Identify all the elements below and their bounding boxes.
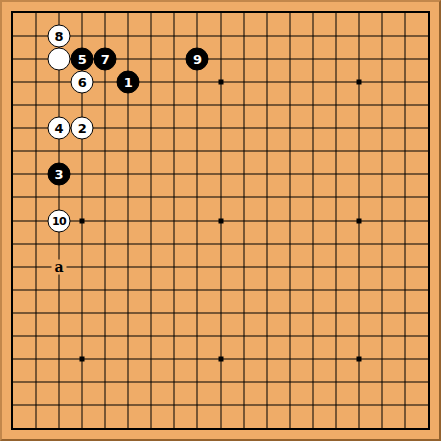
star-point — [356, 356, 361, 361]
stone-move-number: 7 — [101, 53, 110, 66]
go-board: 12345678910a — [11, 11, 430, 430]
grid-line-horizontal — [13, 381, 428, 382]
stone-move-number: 5 — [78, 53, 87, 66]
grid-line-vertical — [381, 13, 382, 428]
grid-line-vertical — [404, 13, 405, 428]
stone-move-number: 4 — [55, 122, 64, 135]
stone-white-2: 2 — [71, 117, 94, 140]
stone-black-9: 9 — [186, 48, 209, 71]
grid-line-horizontal — [13, 266, 428, 267]
star-point — [356, 80, 361, 85]
stone-move-number: 3 — [55, 168, 64, 181]
grid-line-vertical — [289, 13, 290, 428]
grid-line-horizontal — [13, 243, 428, 244]
stone-move-number: 1 — [124, 76, 133, 89]
stone-black-3: 3 — [48, 163, 71, 186]
go-board-diagram: 12345678910a — [0, 0, 441, 441]
grid-line-horizontal — [13, 312, 428, 313]
star-point — [218, 218, 223, 223]
grid-line-horizontal — [13, 335, 428, 336]
stone-white-8: 8 — [48, 25, 71, 48]
stone-white-10: 10 — [48, 209, 71, 232]
stone-white-unmarked — [48, 48, 71, 71]
stone-black-7: 7 — [94, 48, 117, 71]
grid-line-vertical — [312, 13, 313, 428]
stone-black-1: 1 — [117, 71, 140, 94]
stone-move-number: 8 — [55, 30, 64, 43]
stone-move-number: 10 — [52, 215, 66, 226]
stone-move-number: 2 — [78, 122, 87, 135]
star-point — [80, 356, 85, 361]
stone-black-5: 5 — [71, 48, 94, 71]
stone-move-number: 9 — [193, 53, 202, 66]
point-label-a: a — [52, 259, 67, 274]
star-point — [356, 218, 361, 223]
star-point — [218, 356, 223, 361]
grid-line-vertical — [266, 13, 267, 428]
grid-line-horizontal — [13, 404, 428, 405]
star-point — [218, 80, 223, 85]
stone-move-number: 6 — [78, 76, 87, 89]
grid-line-vertical — [335, 13, 336, 428]
stone-white-4: 4 — [48, 117, 71, 140]
stone-white-6: 6 — [71, 71, 94, 94]
grid-line-horizontal — [13, 289, 428, 290]
star-point — [80, 218, 85, 223]
grid-line-vertical — [243, 13, 244, 428]
